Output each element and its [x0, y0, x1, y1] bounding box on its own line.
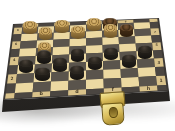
clasp-keyhole [109, 107, 119, 119]
checker-piece-light[interactable] [39, 27, 52, 40]
checker-piece-light[interactable] [104, 24, 117, 37]
piece-top [138, 45, 152, 53]
piece-top [23, 21, 36, 29]
piece-top [87, 18, 100, 26]
piece-top [37, 50, 51, 58]
checker-piece-black[interactable] [70, 65, 84, 79]
checker-piece-black[interactable] [19, 59, 33, 73]
checker-piece-black[interactable] [104, 47, 118, 61]
piece-top [71, 26, 84, 34]
piece-top [39, 27, 52, 35]
checker-piece-black[interactable] [138, 45, 152, 59]
pieces-layer [0, 0, 175, 131]
checker-piece-light[interactable] [23, 21, 36, 34]
checker-piece-black[interactable] [88, 56, 102, 70]
checker-piece-black[interactable] [53, 57, 67, 71]
checker-piece-light[interactable] [55, 20, 68, 33]
checker-piece-black[interactable] [35, 67, 49, 81]
brass-clasp-hasp [101, 102, 124, 125]
piece-top [55, 20, 68, 28]
checker-piece-dark-wood[interactable] [120, 24, 133, 37]
piece-top [53, 57, 67, 65]
piece-top [38, 42, 52, 50]
product-photo-checkers-travel-set: aceg87654321bdfh [0, 0, 175, 131]
checker-piece-black[interactable] [37, 50, 51, 64]
piece-top [104, 47, 118, 55]
checker-piece-black[interactable] [122, 54, 136, 68]
checker-piece-light[interactable] [87, 18, 100, 31]
piece-top [70, 65, 84, 73]
piece-top [104, 24, 117, 32]
checker-piece-light[interactable] [71, 26, 84, 39]
piece-top [88, 56, 102, 64]
checker-piece-black[interactable] [71, 48, 85, 62]
